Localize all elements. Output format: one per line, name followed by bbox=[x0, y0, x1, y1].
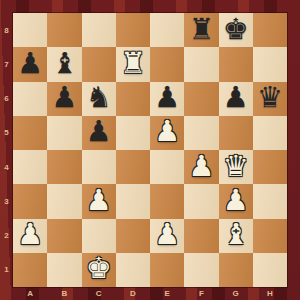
square-f7[interactable] bbox=[184, 47, 218, 81]
square-d6[interactable] bbox=[116, 82, 150, 116]
black-rook[interactable]: ♜ bbox=[188, 15, 214, 44]
square-h5[interactable] bbox=[253, 116, 287, 150]
black-pawn[interactable]: ♟ bbox=[17, 49, 43, 78]
file-label-b: B bbox=[61, 289, 67, 298]
square-c8[interactable] bbox=[82, 13, 116, 47]
square-c5[interactable]: ♟ bbox=[82, 116, 116, 150]
file-label-e: E bbox=[164, 289, 169, 298]
square-d5[interactable] bbox=[116, 116, 150, 150]
square-c3[interactable]: ♟ bbox=[82, 184, 116, 218]
rank-label-1: 1 bbox=[4, 265, 8, 274]
square-d7[interactable]: ♜ bbox=[116, 47, 150, 81]
square-d3[interactable] bbox=[116, 184, 150, 218]
square-h4[interactable] bbox=[253, 150, 287, 184]
black-bishop[interactable]: ♝ bbox=[51, 49, 77, 78]
square-b2[interactable] bbox=[47, 219, 81, 253]
board-frame: 87654321 ♜♚♟♝♜♟♞♟♟♛♟♟♟♛♟♟♟♟♝♚ ABCDEFGH bbox=[0, 0, 300, 300]
square-d1[interactable] bbox=[116, 253, 150, 287]
rank-label-3: 3 bbox=[4, 197, 8, 206]
square-e3[interactable] bbox=[150, 184, 184, 218]
white-bishop[interactable]: ♝ bbox=[223, 220, 249, 249]
square-g7[interactable] bbox=[219, 47, 253, 81]
white-pawn[interactable]: ♟ bbox=[223, 186, 249, 215]
square-f4[interactable]: ♟ bbox=[184, 150, 218, 184]
black-pawn[interactable]: ♟ bbox=[154, 83, 180, 112]
square-c2[interactable] bbox=[82, 219, 116, 253]
black-pawn[interactable]: ♟ bbox=[223, 83, 249, 112]
square-b8[interactable] bbox=[47, 13, 81, 47]
white-pawn[interactable]: ♟ bbox=[154, 117, 180, 146]
chess-board: ♜♚♟♝♜♟♞♟♟♛♟♟♟♛♟♟♟♟♝♚ bbox=[13, 13, 287, 287]
black-queen[interactable]: ♛ bbox=[257, 83, 283, 112]
white-queen[interactable]: ♛ bbox=[223, 152, 249, 181]
white-pawn[interactable]: ♟ bbox=[188, 152, 214, 181]
rank-label-8: 8 bbox=[4, 26, 8, 35]
square-e4[interactable] bbox=[150, 150, 184, 184]
square-a8[interactable] bbox=[13, 13, 47, 47]
file-label-f: F bbox=[199, 289, 204, 298]
square-g3[interactable]: ♟ bbox=[219, 184, 253, 218]
square-e2[interactable]: ♟ bbox=[150, 219, 184, 253]
square-f8[interactable]: ♜ bbox=[184, 13, 218, 47]
square-f6[interactable] bbox=[184, 82, 218, 116]
square-g4[interactable]: ♛ bbox=[219, 150, 253, 184]
square-g2[interactable]: ♝ bbox=[219, 219, 253, 253]
rank-label-4: 4 bbox=[4, 163, 8, 172]
square-c4[interactable] bbox=[82, 150, 116, 184]
square-b6[interactable]: ♟ bbox=[47, 82, 81, 116]
square-e5[interactable]: ♟ bbox=[150, 116, 184, 150]
black-knight[interactable]: ♞ bbox=[86, 83, 112, 112]
square-c6[interactable]: ♞ bbox=[82, 82, 116, 116]
square-b1[interactable] bbox=[47, 253, 81, 287]
square-b7[interactable]: ♝ bbox=[47, 47, 81, 81]
square-f2[interactable] bbox=[184, 219, 218, 253]
square-f1[interactable] bbox=[184, 253, 218, 287]
file-label-g: G bbox=[233, 289, 239, 298]
square-c1[interactable]: ♚ bbox=[82, 253, 116, 287]
square-e1[interactable] bbox=[150, 253, 184, 287]
white-rook[interactable]: ♜ bbox=[120, 49, 146, 78]
square-a2[interactable]: ♟ bbox=[13, 219, 47, 253]
square-e7[interactable] bbox=[150, 47, 184, 81]
file-label-h: H bbox=[267, 289, 273, 298]
square-a1[interactable] bbox=[13, 253, 47, 287]
square-a3[interactable] bbox=[13, 184, 47, 218]
rank-label-6: 6 bbox=[4, 94, 8, 103]
black-pawn[interactable]: ♟ bbox=[86, 117, 112, 146]
white-pawn[interactable]: ♟ bbox=[17, 220, 43, 249]
square-a5[interactable] bbox=[13, 116, 47, 150]
square-f5[interactable] bbox=[184, 116, 218, 150]
square-b3[interactable] bbox=[47, 184, 81, 218]
file-label-c: C bbox=[96, 289, 102, 298]
file-label-d: D bbox=[130, 289, 136, 298]
rank-label-7: 7 bbox=[4, 60, 8, 69]
file-label-a: A bbox=[27, 289, 33, 298]
square-h1[interactable] bbox=[253, 253, 287, 287]
square-f3[interactable] bbox=[184, 184, 218, 218]
square-a7[interactable]: ♟ bbox=[13, 47, 47, 81]
square-b5[interactable] bbox=[47, 116, 81, 150]
square-h3[interactable] bbox=[253, 184, 287, 218]
square-e6[interactable]: ♟ bbox=[150, 82, 184, 116]
square-g8[interactable]: ♚ bbox=[219, 13, 253, 47]
square-d4[interactable] bbox=[116, 150, 150, 184]
square-a6[interactable] bbox=[13, 82, 47, 116]
square-c7[interactable] bbox=[82, 47, 116, 81]
rank-label-2: 2 bbox=[4, 231, 8, 240]
square-e8[interactable] bbox=[150, 13, 184, 47]
square-g6[interactable]: ♟ bbox=[219, 82, 253, 116]
square-h2[interactable] bbox=[253, 219, 287, 253]
square-b4[interactable] bbox=[47, 150, 81, 184]
square-g1[interactable] bbox=[219, 253, 253, 287]
square-h7[interactable] bbox=[253, 47, 287, 81]
square-g5[interactable] bbox=[219, 116, 253, 150]
square-h8[interactable] bbox=[253, 13, 287, 47]
file-labels: ABCDEFGH bbox=[13, 287, 287, 300]
white-king[interactable]: ♚ bbox=[86, 254, 112, 283]
square-h6[interactable]: ♛ bbox=[253, 82, 287, 116]
white-pawn[interactable]: ♟ bbox=[154, 220, 180, 249]
square-d8[interactable] bbox=[116, 13, 150, 47]
square-d2[interactable] bbox=[116, 219, 150, 253]
rank-labels: 87654321 bbox=[0, 13, 13, 287]
black-king[interactable]: ♚ bbox=[223, 15, 249, 44]
square-a4[interactable] bbox=[13, 150, 47, 184]
white-pawn[interactable]: ♟ bbox=[86, 186, 112, 215]
black-pawn[interactable]: ♟ bbox=[51, 83, 77, 112]
rank-label-5: 5 bbox=[4, 128, 8, 137]
